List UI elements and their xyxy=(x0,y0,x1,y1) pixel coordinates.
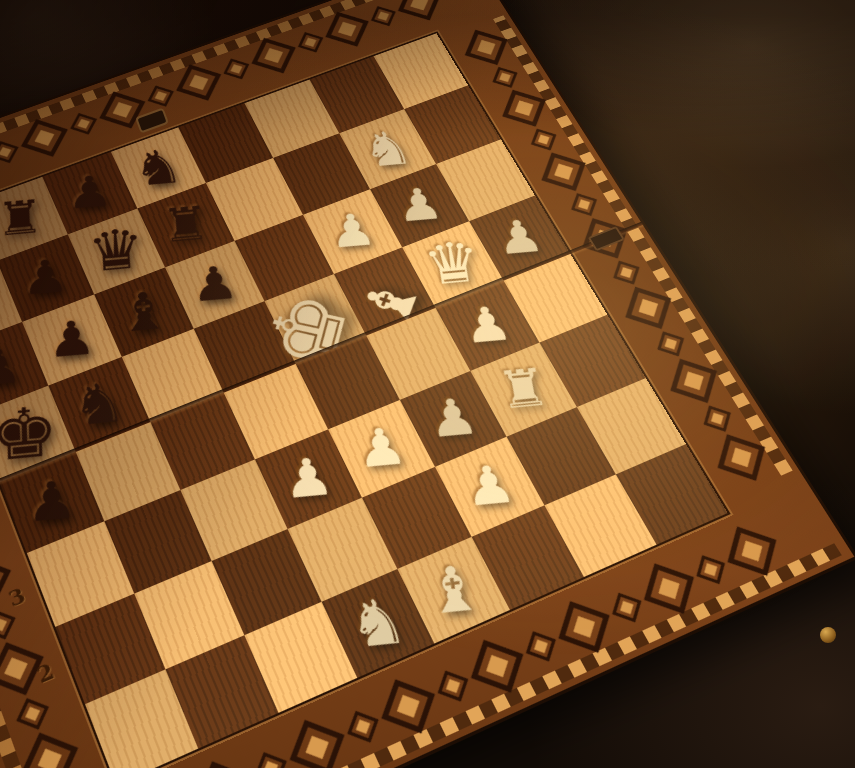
diamond-inlay-icon xyxy=(531,129,556,151)
diamond-inlay-icon xyxy=(251,38,295,74)
diamond-inlay-icon xyxy=(670,359,717,404)
diamond-inlay-icon xyxy=(398,0,441,21)
diamond-inlay-icon xyxy=(381,679,435,734)
diamond-inlay-icon xyxy=(727,526,776,576)
diamond-inlay-icon xyxy=(613,261,639,285)
diamond-inlay-icon xyxy=(148,85,174,106)
diamond-inlay-icon xyxy=(196,761,252,768)
diamond-inlay-icon xyxy=(298,32,323,52)
diamond-inlay-icon xyxy=(541,152,585,191)
diamond-inlay-icon xyxy=(438,670,469,701)
diamond-inlay-icon xyxy=(696,555,725,584)
diamond-inlay-icon xyxy=(371,6,396,26)
diamond-inlay-icon xyxy=(223,58,249,79)
diamond-inlay-icon xyxy=(657,331,684,356)
diamond-inlay-icon xyxy=(21,732,78,768)
diamond-inlay-icon xyxy=(176,64,221,100)
diamond-inlay-icon xyxy=(325,12,368,47)
diamond-inlay-icon xyxy=(492,67,517,88)
diamond-inlay-icon xyxy=(558,601,609,653)
diamond-inlay-icon xyxy=(471,640,523,693)
diamond-inlay-icon xyxy=(612,593,641,623)
diamond-inlay-icon xyxy=(21,119,68,157)
diamond-inlay-icon xyxy=(290,720,345,768)
diamond-inlay-icon xyxy=(347,711,378,743)
diamond-inlay-icon xyxy=(255,752,287,768)
diamond-inlay-icon xyxy=(16,698,49,730)
diamond-inlay-icon xyxy=(625,287,671,330)
diamond-inlay-icon xyxy=(526,631,556,661)
brass-knob-icon xyxy=(820,627,836,643)
diamond-inlay-icon xyxy=(644,563,694,614)
diamond-inlay-icon xyxy=(0,141,19,163)
diamond-inlay-icon xyxy=(70,113,97,135)
diamond-inlay-icon xyxy=(704,405,731,431)
diamond-inlay-icon xyxy=(502,90,546,127)
diamond-inlay-icon xyxy=(571,193,597,216)
diamond-inlay-icon xyxy=(717,434,765,481)
chess-photo-scene: ♟♜♟♞♟♟♛♜♞♟♟♝♟♟♟♚♞♚♝♛♟♟♟♟♟♟♜♟♞♝ 5432 xyxy=(0,0,855,768)
diamond-inlay-icon xyxy=(465,30,508,66)
